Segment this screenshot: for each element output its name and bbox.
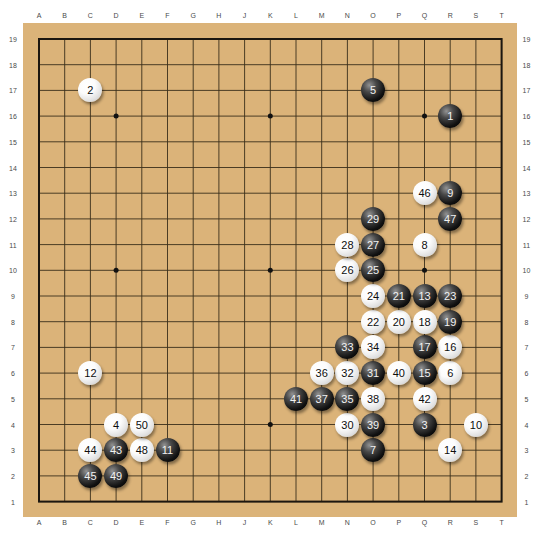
row-label-left-5: 5 — [11, 395, 15, 402]
row-label-right-17: 17 — [523, 87, 531, 94]
col-label-top-B: B — [62, 11, 67, 18]
row-label-left-3: 3 — [11, 447, 15, 454]
row-label-left-2: 2 — [11, 472, 15, 479]
row-label-right-12: 12 — [523, 215, 531, 222]
row-label-right-14: 14 — [523, 164, 531, 171]
stone-black-23-R9: 23 — [438, 284, 462, 308]
col-label-top-G: G — [190, 11, 195, 18]
col-label-top-S: S — [474, 11, 479, 18]
col-label-top-E: E — [139, 11, 144, 18]
col-label-bottom-N: N — [345, 518, 350, 525]
row-label-right-7: 7 — [525, 344, 529, 351]
stone-black-49-D2: 49 — [104, 464, 128, 488]
col-label-bottom-E: E — [139, 518, 144, 525]
star-point-K16 — [268, 114, 273, 119]
col-label-top-N: N — [345, 11, 350, 18]
stone-black-37-M5: 37 — [310, 387, 334, 411]
star-point-D16 — [114, 114, 119, 119]
col-label-bottom-M: M — [319, 518, 325, 525]
stone-black-9-R13: 9 — [438, 181, 462, 205]
stone-black-17-Q7: 17 — [413, 335, 437, 359]
star-point-Q10 — [422, 268, 427, 273]
row-label-left-12: 12 — [9, 215, 17, 222]
stone-white-24-O9: 24 — [361, 284, 385, 308]
col-label-top-H: H — [216, 11, 221, 18]
stone-white-2-C17: 2 — [78, 78, 102, 102]
stone-white-18-Q8: 18 — [413, 310, 437, 334]
stone-white-32-N6: 32 — [335, 361, 359, 385]
col-label-top-T: T — [499, 11, 503, 18]
stone-white-4-D4: 4 — [104, 413, 128, 437]
col-label-bottom-S: S — [474, 518, 479, 525]
col-label-bottom-J: J — [243, 518, 247, 525]
col-label-top-A: A — [37, 11, 42, 18]
stone-black-5-O17: 5 — [361, 78, 385, 102]
stone-white-46-Q13: 46 — [413, 181, 437, 205]
col-label-bottom-H: H — [216, 518, 221, 525]
col-label-top-R: R — [448, 11, 453, 18]
star-point-Q16 — [422, 114, 427, 119]
row-label-left-15: 15 — [9, 138, 17, 145]
stone-white-16-R7: 16 — [438, 335, 462, 359]
stone-white-34-O7: 34 — [361, 335, 385, 359]
row-label-right-8: 8 — [525, 318, 529, 325]
col-label-bottom-D: D — [114, 518, 119, 525]
col-label-bottom-L: L — [294, 518, 298, 525]
stone-white-44-C3: 44 — [78, 438, 102, 462]
row-label-right-15: 15 — [523, 138, 531, 145]
col-label-top-D: D — [114, 11, 119, 18]
stone-black-41-L5: 41 — [284, 387, 308, 411]
col-label-bottom-Q: Q — [422, 518, 427, 525]
stone-black-27-O11: 27 — [361, 233, 385, 257]
stone-white-22-O8: 22 — [361, 310, 385, 334]
stone-black-39-O4: 39 — [361, 413, 385, 437]
row-label-left-13: 13 — [9, 190, 17, 197]
col-label-bottom-G: G — [190, 518, 195, 525]
col-label-top-K: K — [268, 11, 273, 18]
col-label-top-P: P — [396, 11, 401, 18]
row-label-left-19: 19 — [9, 36, 17, 43]
stone-white-8-Q11: 8 — [413, 233, 437, 257]
col-label-bottom-C: C — [88, 518, 93, 525]
goban[interactable]: 1234567891011121314151617181920212223242… — [23, 23, 517, 517]
stone-white-26-N10: 26 — [335, 258, 359, 282]
stone-black-7-O3: 7 — [361, 438, 385, 462]
stone-black-33-N7: 33 — [335, 335, 359, 359]
col-label-top-J: J — [243, 11, 247, 18]
row-label-right-2: 2 — [525, 472, 529, 479]
stone-white-14-R3: 14 — [438, 438, 462, 462]
stone-white-28-N11: 28 — [335, 233, 359, 257]
row-label-right-16: 16 — [523, 113, 531, 120]
col-label-bottom-T: T — [499, 518, 503, 525]
col-label-bottom-A: A — [37, 518, 42, 525]
stone-black-43-D3: 43 — [104, 438, 128, 462]
col-label-bottom-R: R — [448, 518, 453, 525]
row-label-left-8: 8 — [11, 318, 15, 325]
stone-white-40-P6: 40 — [387, 361, 411, 385]
star-point-D10 — [114, 268, 119, 273]
stone-black-25-O10: 25 — [361, 258, 385, 282]
stone-white-50-E4: 50 — [130, 413, 154, 437]
stone-white-42-Q5: 42 — [413, 387, 437, 411]
row-label-left-11: 11 — [9, 241, 16, 248]
row-label-left-6: 6 — [11, 370, 15, 377]
stone-black-35-N5: 35 — [335, 387, 359, 411]
col-label-top-M: M — [319, 11, 325, 18]
stone-white-38-O5: 38 — [361, 387, 385, 411]
col-label-top-C: C — [88, 11, 93, 18]
stone-white-48-E3: 48 — [130, 438, 154, 462]
row-label-left-17: 17 — [9, 87, 17, 94]
col-label-bottom-B: B — [62, 518, 67, 525]
col-label-bottom-K: K — [268, 518, 273, 525]
stone-black-1-R16: 1 — [438, 104, 462, 128]
stone-black-31-O6: 31 — [361, 361, 385, 385]
col-label-bottom-P: P — [396, 518, 401, 525]
stone-white-20-P8: 20 — [387, 310, 411, 334]
star-point-K4 — [268, 422, 273, 427]
row-label-right-5: 5 — [525, 395, 529, 402]
col-label-bottom-F: F — [165, 518, 169, 525]
col-label-top-Q: Q — [422, 11, 427, 18]
row-label-left-9: 9 — [11, 293, 15, 300]
row-label-right-10: 10 — [523, 267, 531, 274]
stone-white-30-N4: 30 — [335, 413, 359, 437]
stone-black-29-O12: 29 — [361, 207, 385, 231]
stone-black-47-R12: 47 — [438, 207, 462, 231]
stone-white-10-S4: 10 — [464, 413, 488, 437]
row-label-right-6: 6 — [525, 370, 529, 377]
stone-black-15-Q6: 15 — [413, 361, 437, 385]
row-label-left-4: 4 — [11, 421, 15, 428]
star-point-K10 — [268, 268, 273, 273]
row-label-right-19: 19 — [523, 36, 531, 43]
stone-white-36-M6: 36 — [310, 361, 334, 385]
stone-black-45-C2: 45 — [78, 464, 102, 488]
col-label-top-F: F — [165, 11, 169, 18]
row-label-left-16: 16 — [9, 113, 17, 120]
stone-black-11-F3: 11 — [156, 438, 180, 462]
stone-black-13-Q9: 13 — [413, 284, 437, 308]
row-label-right-4: 4 — [525, 421, 529, 428]
row-label-left-14: 14 — [9, 164, 17, 171]
stone-black-21-P9: 21 — [387, 284, 411, 308]
col-label-top-L: L — [294, 11, 298, 18]
row-label-left-1: 1 — [11, 498, 15, 505]
col-label-top-O: O — [370, 11, 375, 18]
row-label-right-11: 11 — [523, 241, 530, 248]
col-label-bottom-O: O — [370, 518, 375, 525]
stone-white-12-C6: 12 — [78, 361, 102, 385]
row-label-right-1: 1 — [525, 498, 529, 505]
stone-black-19-R8: 19 — [438, 310, 462, 334]
row-label-left-7: 7 — [11, 344, 15, 351]
go-game-diagram: AABBCCDDEEFFGGHHJJKKLLMMNNOOPPQQRRSSTT19… — [0, 0, 540, 540]
row-label-left-18: 18 — [9, 61, 17, 68]
stone-black-3-Q4: 3 — [413, 413, 437, 437]
row-label-right-13: 13 — [523, 190, 531, 197]
row-label-right-3: 3 — [525, 447, 529, 454]
stone-white-6-R6: 6 — [438, 361, 462, 385]
row-label-left-10: 10 — [9, 267, 17, 274]
row-label-right-18: 18 — [523, 61, 531, 68]
row-label-right-9: 9 — [525, 293, 529, 300]
